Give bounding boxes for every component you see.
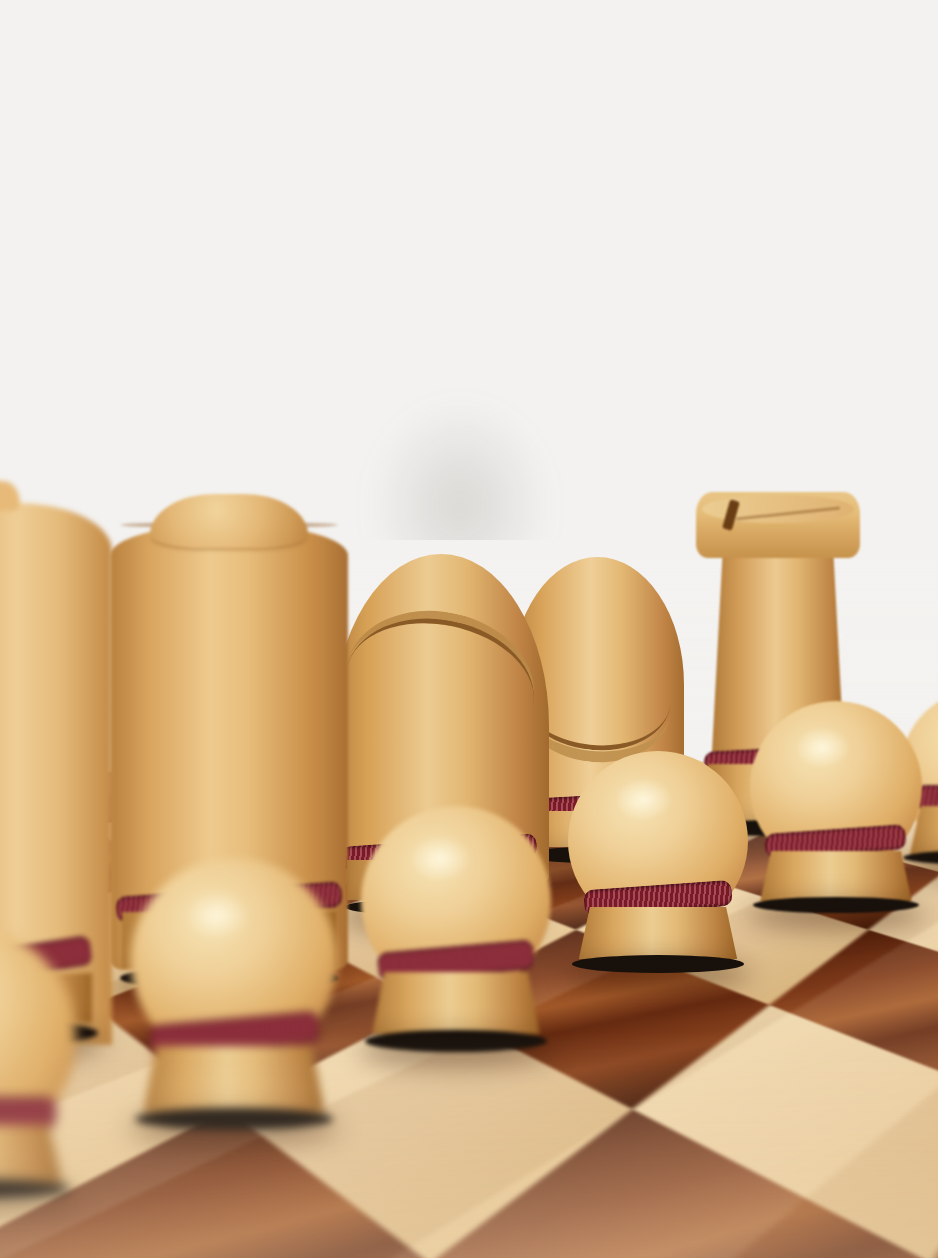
white-pawn-d2-glyph: ♙	[361, 806, 362, 807]
white-pawn-d2: ♙	[361, 806, 551, 1062]
white-pawn-e2: ♙	[568, 751, 748, 981]
white-pawn-e2-felt	[572, 955, 745, 973]
white-pawn-d2-felt	[365, 1030, 547, 1052]
white-pawn-c2-felt	[135, 1108, 333, 1130]
white-pawn-b2: ♙	[0, 925, 76, 1232]
white-pawn-c2: ♙	[131, 858, 337, 1140]
white-pawn-c2-base	[143, 1046, 324, 1112]
white-rook-glyph: ♖	[690, 492, 691, 493]
white-pawn-e2-glyph: ♙	[568, 751, 569, 752]
white-pawn-f2-base	[760, 851, 911, 901]
white-pawn-c2-glyph: ♙	[131, 858, 132, 859]
white-king-dome	[150, 494, 307, 548]
white-pawn-f2: ♙	[750, 701, 922, 921]
white-pawn-b2-base	[0, 1125, 62, 1183]
white-pawn-f2-glyph: ♙	[750, 701, 751, 702]
photo-stage: ♕ ♔ ♗ ♘ ♖	[0, 0, 938, 1258]
white-pawn-g2-glyph: ♙	[900, 688, 901, 689]
white-pawn-f2-felt	[753, 897, 918, 913]
white-pawn-e2-base	[579, 907, 737, 959]
white-queen-flat-top	[0, 481, 20, 511]
white-pawn-d2-base	[372, 972, 539, 1034]
white-pawn-b2-leather-ring	[0, 1097, 56, 1129]
